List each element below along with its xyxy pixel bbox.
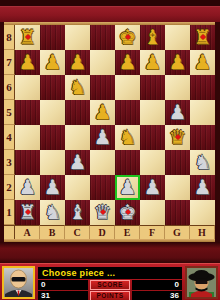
square-e1[interactable]: ♚ bbox=[115, 200, 140, 225]
top-frame bbox=[0, 0, 220, 22]
square-g6[interactable] bbox=[165, 75, 190, 100]
square-a5[interactable] bbox=[15, 100, 40, 125]
piece-black-pawn: ♟ bbox=[65, 50, 90, 75]
square-d4[interactable]: ♟ bbox=[90, 125, 115, 150]
rank-label-8: 8 bbox=[4, 25, 15, 50]
square-h1[interactable] bbox=[190, 200, 215, 225]
piece-white-pawn: ♟ bbox=[40, 175, 65, 200]
square-a1[interactable]: ♜ bbox=[15, 200, 40, 225]
square-g7[interactable]: ♟ bbox=[165, 50, 190, 75]
square-g2[interactable] bbox=[165, 175, 190, 200]
square-b2[interactable]: ♟ bbox=[40, 175, 65, 200]
points-row: 31 POINTS 36 bbox=[38, 291, 182, 300]
status-panel: Choose piece ... 0 SCORE 0 31 POINTS 36 bbox=[0, 263, 220, 300]
file-label-h: H bbox=[190, 225, 215, 239]
jewel-accent bbox=[175, 134, 181, 140]
piece-black-knight: ♞ bbox=[115, 125, 140, 150]
score-row: 0 SCORE 0 bbox=[38, 280, 182, 290]
file-label-b: B bbox=[40, 225, 65, 239]
square-d1[interactable]: ♛ bbox=[90, 200, 115, 225]
square-b5[interactable] bbox=[40, 100, 65, 125]
black-score-value: 0 bbox=[132, 280, 182, 290]
square-e7[interactable]: ♟ bbox=[115, 50, 140, 75]
file-label-a: A bbox=[15, 225, 40, 239]
square-b8[interactable] bbox=[40, 25, 65, 50]
piece-white-queen: ♛ bbox=[90, 200, 115, 225]
piece-black-rook: ♜ bbox=[190, 25, 215, 50]
rank-label-1: 1 bbox=[4, 200, 15, 225]
square-f7[interactable]: ♟ bbox=[140, 50, 165, 75]
square-c1[interactable]: ♝ bbox=[65, 200, 90, 225]
square-g3[interactable] bbox=[165, 150, 190, 175]
piece-white-king: ♚ bbox=[115, 200, 140, 225]
square-f3[interactable] bbox=[140, 150, 165, 175]
piece-black-knight: ♞ bbox=[65, 75, 90, 100]
white-points-value: 31 bbox=[38, 291, 88, 300]
rank-label-7: 7 bbox=[4, 50, 15, 75]
square-h7[interactable]: ♟ bbox=[190, 50, 215, 75]
piece-white-rook: ♜ bbox=[15, 200, 40, 225]
square-a8[interactable]: ♜ bbox=[15, 25, 40, 50]
piece-white-pawn: ♟ bbox=[190, 175, 215, 200]
square-d8[interactable] bbox=[90, 25, 115, 50]
piece-white-pawn: ♟ bbox=[140, 175, 165, 200]
rank-label-3: 3 bbox=[4, 150, 15, 175]
rank-label-6: 6 bbox=[4, 75, 15, 100]
square-h8[interactable]: ♜ bbox=[190, 25, 215, 50]
square-c8[interactable] bbox=[65, 25, 90, 50]
piece-white-pawn: ♟ bbox=[15, 175, 40, 200]
jewel-accent bbox=[25, 209, 31, 215]
jewel-accent bbox=[125, 209, 131, 215]
points-button[interactable]: POINTS bbox=[90, 291, 130, 300]
square-g8[interactable] bbox=[165, 25, 190, 50]
status-message: Choose piece ... bbox=[38, 267, 182, 279]
black-points-value: 36 bbox=[132, 291, 182, 300]
jewel-accent bbox=[100, 209, 106, 215]
square-c2[interactable] bbox=[65, 175, 90, 200]
square-e4[interactable]: ♞ bbox=[115, 125, 140, 150]
piece-black-pawn: ♟ bbox=[140, 50, 165, 75]
rank-label-4: 4 bbox=[4, 125, 15, 150]
piece-black-pawn: ♟ bbox=[165, 50, 190, 75]
square-e3[interactable] bbox=[115, 150, 140, 175]
square-b7[interactable]: ♟ bbox=[40, 50, 65, 75]
rank-label-2: 2 bbox=[4, 175, 15, 200]
square-g5[interactable]: ♟ bbox=[165, 100, 190, 125]
chess-board: 8♜♚♝♜7♟♟♟♟♟♟♟6♞5♟♟4♟♞♛3♟♞2♟♟♟♟♟1♜♞♝♛♚ABC… bbox=[4, 25, 215, 239]
sunglasses-man-avatar-icon bbox=[4, 268, 33, 297]
square-b4[interactable] bbox=[40, 125, 65, 150]
square-e6[interactable] bbox=[115, 75, 140, 100]
white-score-value: 0 bbox=[38, 280, 88, 290]
scoreboard-center: Choose piece ... 0 SCORE 0 31 POINTS 36 bbox=[38, 266, 182, 298]
board-outer-frame: 8♜♚♝♜7♟♟♟♟♟♟♟6♞5♟♟4♟♞♛3♟♞2♟♟♟♟♟1♜♞♝♛♚ABC… bbox=[0, 22, 220, 242]
square-d3[interactable] bbox=[90, 150, 115, 175]
piece-white-bishop: ♝ bbox=[65, 200, 90, 225]
square-b6[interactable] bbox=[40, 75, 65, 100]
square-a6[interactable] bbox=[15, 75, 40, 100]
piece-black-bishop: ♝ bbox=[140, 25, 165, 50]
top-stripe bbox=[0, 6, 220, 22]
square-b1[interactable]: ♞ bbox=[40, 200, 65, 225]
square-c3[interactable]: ♟ bbox=[65, 150, 90, 175]
piece-white-knight: ♞ bbox=[190, 150, 215, 175]
coord-corner bbox=[4, 225, 15, 239]
piece-black-rook: ♜ bbox=[15, 25, 40, 50]
piece-white-knight: ♞ bbox=[40, 200, 65, 225]
piece-black-pawn: ♟ bbox=[15, 50, 40, 75]
piece-black-pawn: ♟ bbox=[190, 50, 215, 75]
square-g4[interactable]: ♛ bbox=[165, 125, 190, 150]
square-h2[interactable]: ♟ bbox=[190, 175, 215, 200]
piece-white-pawn: ♟ bbox=[65, 150, 90, 175]
file-label-e: E bbox=[115, 225, 140, 239]
square-c4[interactable] bbox=[65, 125, 90, 150]
lower-strip bbox=[0, 242, 220, 263]
square-h6[interactable] bbox=[190, 75, 215, 100]
square-f2[interactable]: ♟ bbox=[140, 175, 165, 200]
square-f1[interactable] bbox=[140, 200, 165, 225]
square-c7[interactable]: ♟ bbox=[65, 50, 90, 75]
square-b3[interactable] bbox=[40, 150, 65, 175]
square-f5[interactable] bbox=[140, 100, 165, 125]
square-h3[interactable]: ♞ bbox=[190, 150, 215, 175]
square-a2[interactable]: ♟ bbox=[15, 175, 40, 200]
file-label-g: G bbox=[165, 225, 190, 239]
piece-black-pawn: ♟ bbox=[90, 100, 115, 125]
piece-white-pawn: ♟ bbox=[90, 125, 115, 150]
square-h4[interactable] bbox=[190, 125, 215, 150]
chess-app: 8♜♚♝♜7♟♟♟♟♟♟♟6♞5♟♟4♟♞♛3♟♞2♟♟♟♟♟1♜♞♝♛♚ABC… bbox=[0, 0, 220, 300]
square-e5[interactable] bbox=[115, 100, 140, 125]
piece-black-queen: ♛ bbox=[165, 125, 190, 150]
sombrero-man-avatar-icon bbox=[187, 268, 216, 297]
jewel-accent bbox=[200, 34, 206, 40]
file-label-f: F bbox=[140, 225, 165, 239]
piece-black-king: ♚ bbox=[115, 25, 140, 50]
square-e2[interactable]: ♟ bbox=[115, 175, 140, 200]
square-d7[interactable] bbox=[90, 50, 115, 75]
piece-black-pawn: ♟ bbox=[115, 50, 140, 75]
square-a4[interactable] bbox=[15, 125, 40, 150]
square-d6[interactable] bbox=[90, 75, 115, 100]
square-d5[interactable]: ♟ bbox=[90, 100, 115, 125]
square-f4[interactable] bbox=[140, 125, 165, 150]
rank-label-5: 5 bbox=[4, 100, 15, 125]
white-player-avatar bbox=[2, 266, 35, 299]
square-e8[interactable]: ♚ bbox=[115, 25, 140, 50]
jewel-accent bbox=[125, 34, 131, 40]
square-g1[interactable] bbox=[165, 200, 190, 225]
square-h5[interactable] bbox=[190, 100, 215, 125]
square-a3[interactable] bbox=[15, 150, 40, 175]
square-f6[interactable] bbox=[140, 75, 165, 100]
jewel-accent bbox=[25, 34, 31, 40]
square-f8[interactable]: ♝ bbox=[140, 25, 165, 50]
file-label-c: C bbox=[65, 225, 90, 239]
score-button[interactable]: SCORE bbox=[90, 280, 130, 290]
square-d2[interactable] bbox=[90, 175, 115, 200]
black-player-avatar bbox=[185, 266, 218, 299]
square-c6[interactable]: ♞ bbox=[65, 75, 90, 100]
square-a7[interactable]: ♟ bbox=[15, 50, 40, 75]
file-label-d: D bbox=[90, 225, 115, 239]
piece-black-pawn: ♟ bbox=[40, 50, 65, 75]
square-c5[interactable] bbox=[65, 100, 90, 125]
piece-white-pawn: ♟ bbox=[115, 175, 140, 200]
piece-white-pawn: ♟ bbox=[165, 100, 190, 125]
